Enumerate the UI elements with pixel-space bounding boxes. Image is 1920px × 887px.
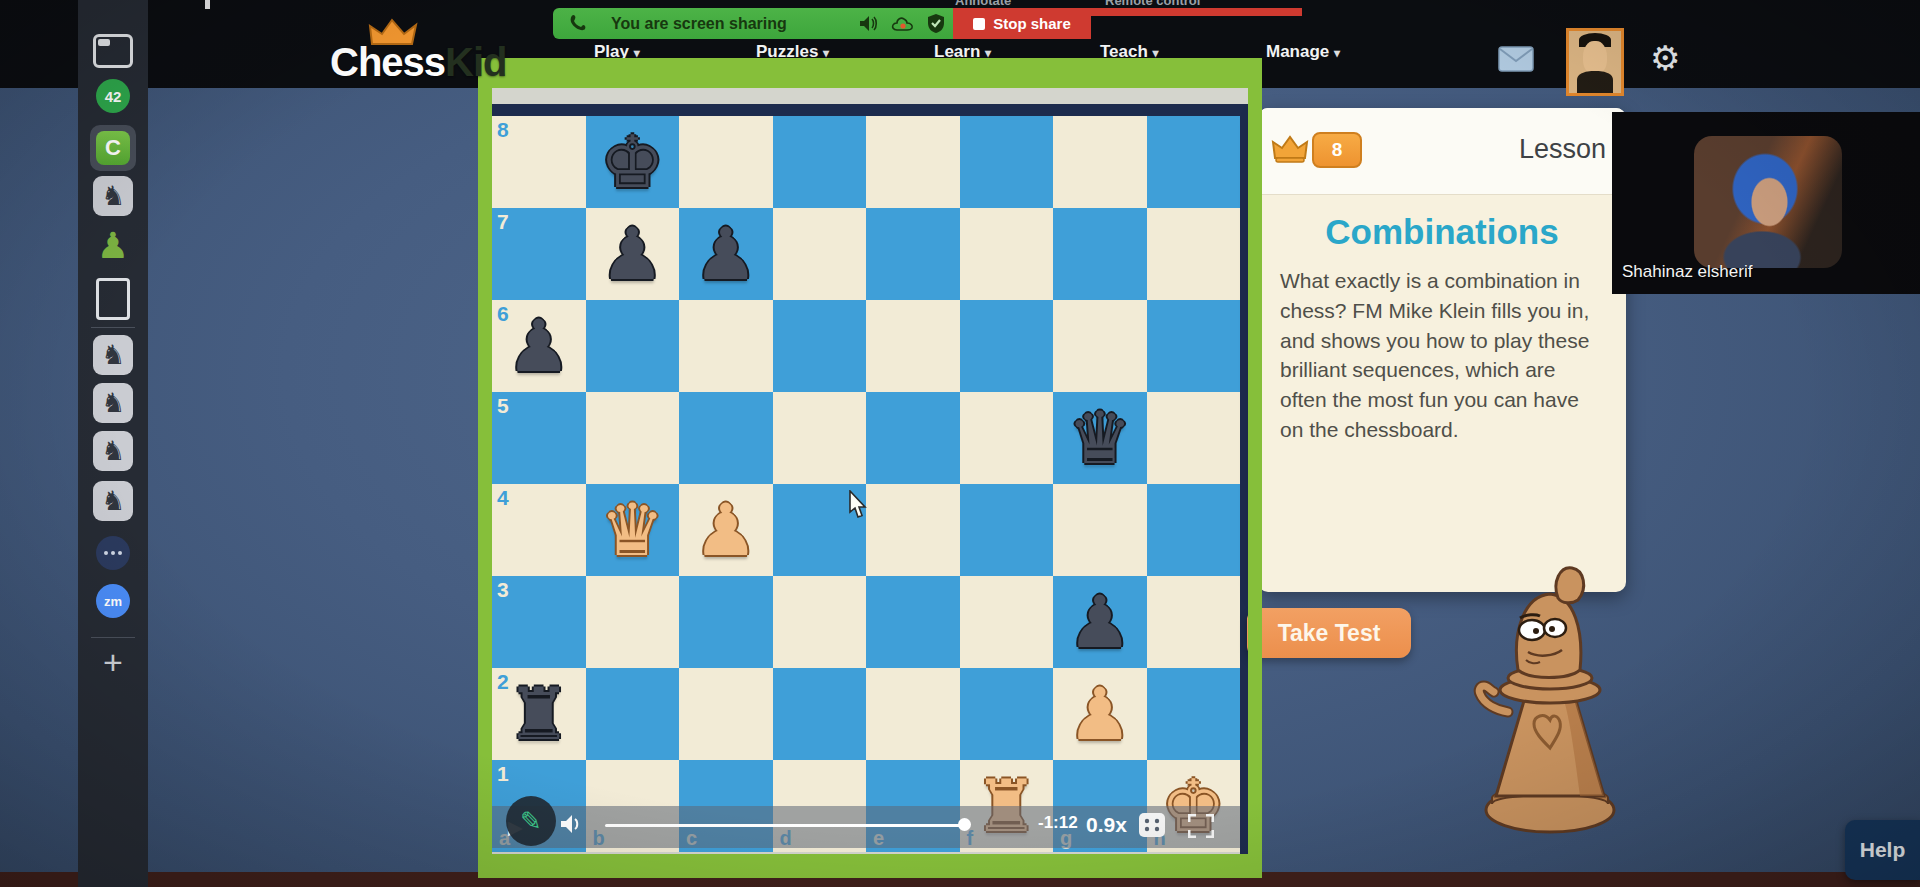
square-a6[interactable]: 6♟: [492, 300, 586, 392]
stop-share-button[interactable]: Stop share: [953, 8, 1091, 39]
square-d8[interactable]: [773, 116, 867, 208]
square-d2[interactable]: [773, 668, 867, 760]
square-e2[interactable]: [866, 668, 960, 760]
chat-badge-icon[interactable]: 42: [96, 79, 130, 113]
browser-sidebar: 42 C ♞ ♟ ♞ ♞ ♞ ♞ zm +: [78, 0, 148, 887]
square-d3[interactable]: [773, 576, 867, 668]
nav-manage[interactable]: Manage ▾: [1266, 42, 1340, 62]
square-e6[interactable]: [866, 300, 960, 392]
square-c3[interactable]: [679, 576, 773, 668]
square-a3[interactable]: 3: [492, 576, 586, 668]
progress-handle[interactable]: [958, 818, 971, 831]
square-a5[interactable]: 5: [492, 392, 586, 484]
webcam-tile[interactable]: Shahinaz elsherif: [1612, 112, 1920, 294]
piece-black-rook-a2[interactable]: ♜: [492, 668, 586, 760]
playback-speed[interactable]: 0.9x: [1086, 813, 1127, 837]
chevron-down-icon: ▾: [1334, 46, 1340, 60]
square-b2[interactable]: [586, 668, 680, 760]
chesskid-app-icon[interactable]: C: [90, 125, 136, 171]
lesson-title: Combinations: [1258, 212, 1626, 252]
square-a2[interactable]: 2♜: [492, 668, 586, 760]
security-shield-icon[interactable]: [927, 13, 945, 34]
share-frame-bottom: [478, 854, 1262, 878]
avatar[interactable]: [1566, 28, 1624, 96]
screen-sharing-banner: You are screen sharing: [553, 8, 953, 39]
rank-label-1: 1: [497, 762, 509, 786]
square-a7[interactable]: 7: [492, 208, 586, 300]
pawn-mascot-character: [1462, 552, 1634, 838]
lesson-description: What exactly is a combination in chess? …: [1280, 266, 1602, 445]
level-crown-icon: [1270, 134, 1310, 164]
square-g3[interactable]: ♟: [1053, 576, 1147, 668]
square-a4[interactable]: 4: [492, 484, 586, 576]
square-f3[interactable]: [960, 576, 1054, 668]
piece-black-king-b8[interactable]: ♚: [586, 116, 680, 208]
pencil-icon: ✎: [520, 806, 542, 837]
square-h6[interactable]: [1147, 300, 1241, 392]
piece-white-pawn-c4[interactable]: ♟: [679, 484, 773, 576]
square-a8[interactable]: 8: [492, 116, 586, 208]
square-b4[interactable]: ♛: [586, 484, 680, 576]
rank-label-4: 4: [497, 486, 509, 510]
help-button[interactable]: Help: [1845, 820, 1920, 880]
square-e7[interactable]: [866, 208, 960, 300]
piece-black-pawn-c7[interactable]: ♟: [679, 208, 773, 300]
square-h5[interactable]: [1147, 392, 1241, 484]
square-h3[interactable]: [1147, 576, 1241, 668]
chess-knight-icon[interactable]: ♞: [93, 176, 133, 216]
participant-video: [1694, 136, 1842, 268]
square-d6[interactable]: [773, 300, 867, 392]
mail-icon[interactable]: [1498, 46, 1534, 72]
square-c5[interactable]: [679, 392, 773, 484]
remote-control-label[interactable]: Remote control: [1105, 0, 1200, 8]
square-f6[interactable]: [960, 300, 1054, 392]
square-e4[interactable]: [866, 484, 960, 576]
piece-black-queen-g5[interactable]: ♛: [1053, 392, 1147, 484]
square-f8[interactable]: [960, 116, 1054, 208]
board-border: [492, 104, 1248, 116]
chesskid-crown-icon: [368, 18, 420, 48]
mouse-cursor: [848, 490, 870, 520]
square-e8[interactable]: [866, 116, 960, 208]
speaker-icon[interactable]: [859, 15, 879, 32]
chess-board[interactable]: 8♚7♟♟6♟5♛4♛♟3♟2♜♟1abcdef♜gh♚: [492, 116, 1240, 852]
video-controls-bar: [492, 806, 1240, 848]
piece-black-pawn-g3[interactable]: ♟: [1053, 576, 1147, 668]
share-frame-right: [1248, 58, 1262, 878]
square-d7[interactable]: [773, 208, 867, 300]
share-frame-top: [478, 58, 1262, 88]
square-h4[interactable]: [1147, 484, 1241, 576]
chess-knight-icon[interactable]: ♞: [93, 335, 133, 375]
chess-knight-icon[interactable]: ♞: [93, 431, 133, 471]
window-icon[interactable]: [93, 34, 133, 68]
square-b6[interactable]: [586, 300, 680, 392]
square-b8[interactable]: ♚: [586, 116, 680, 208]
rank-label-8: 8: [497, 118, 509, 142]
square-f2[interactable]: [960, 668, 1054, 760]
take-test-button[interactable]: Take Test: [1247, 608, 1411, 658]
add-tab-button[interactable]: +: [103, 645, 123, 679]
square-e3[interactable]: [866, 576, 960, 668]
square-g2[interactable]: ♟: [1053, 668, 1147, 760]
banner-text: You are screen sharing: [611, 15, 787, 33]
chess-knight-icon[interactable]: ♞: [93, 481, 133, 521]
dark-app-icon[interactable]: [96, 536, 130, 570]
phone-icon: [569, 14, 587, 32]
square-g6[interactable]: [1053, 300, 1147, 392]
square-f5[interactable]: [960, 392, 1054, 484]
lesson-panel-header: 8 Lesson: [1258, 108, 1626, 195]
square-g4[interactable]: [1053, 484, 1147, 576]
square-d5[interactable]: [773, 392, 867, 484]
piece-white-pawn-g2[interactable]: ♟: [1053, 668, 1147, 760]
progress-track[interactable]: [605, 824, 965, 827]
square-g8[interactable]: [1053, 116, 1147, 208]
screen-artifact: [205, 0, 210, 9]
cloud-recording-icon[interactable]: [891, 15, 915, 32]
chess-knight-icon[interactable]: ♞: [93, 383, 133, 423]
stop-icon: [973, 18, 985, 30]
square-h2[interactable]: [1147, 668, 1241, 760]
square-c2[interactable]: [679, 668, 773, 760]
time-remaining: -1:12: [1038, 813, 1078, 833]
meeting-toolbar-partial: Annotate Remote control: [0, 0, 1920, 8]
volume-icon[interactable]: [560, 814, 584, 834]
square-b3[interactable]: [586, 576, 680, 668]
square-h7[interactable]: [1147, 208, 1241, 300]
square-e5[interactable]: [866, 392, 960, 484]
lesson-type-label: Lesson: [1519, 134, 1606, 165]
rank-label-3: 3: [497, 578, 509, 602]
lesson-panel: 8 Lesson Combinations What exactly is a …: [1258, 108, 1626, 592]
square-c8[interactable]: [679, 116, 773, 208]
rank-label-5: 5: [497, 394, 509, 418]
annotate-label[interactable]: Annotate: [955, 0, 1011, 8]
share-frame-left: [478, 58, 492, 878]
sidebar-divider: [91, 327, 135, 328]
piece-black-pawn-a6[interactable]: ♟: [492, 300, 586, 392]
rank-label-7: 7: [497, 210, 509, 234]
square-f4[interactable]: [960, 484, 1054, 576]
piece-black-pawn-b7[interactable]: ♟: [586, 208, 680, 300]
square-g5[interactable]: ♛: [1053, 392, 1147, 484]
square-g7[interactable]: [1053, 208, 1147, 300]
settings-grid-icon[interactable]: [1138, 812, 1166, 838]
square-c7[interactable]: ♟: [679, 208, 773, 300]
square-b7[interactable]: ♟: [586, 208, 680, 300]
green-pawn-icon[interactable]: ♟: [97, 228, 129, 264]
square-c6[interactable]: [679, 300, 773, 392]
square-c4[interactable]: ♟: [679, 484, 773, 576]
fullscreen-icon[interactable]: [1188, 814, 1214, 838]
piece-white-queen-b4[interactable]: ♛: [586, 484, 680, 576]
document-icon[interactable]: [96, 278, 130, 320]
square-f7[interactable]: [960, 208, 1054, 300]
level-badge: 8: [1312, 132, 1362, 168]
gear-icon[interactable]: ⚙: [1650, 38, 1680, 78]
square-h8[interactable]: [1147, 116, 1241, 208]
annotation-pencil-button[interactable]: ✎: [506, 796, 556, 846]
zoom-app-icon[interactable]: zm: [96, 584, 130, 618]
square-b5[interactable]: [586, 392, 680, 484]
sidebar-divider: [91, 637, 135, 638]
participant-name: Shahinaz elsherif: [1622, 262, 1752, 282]
